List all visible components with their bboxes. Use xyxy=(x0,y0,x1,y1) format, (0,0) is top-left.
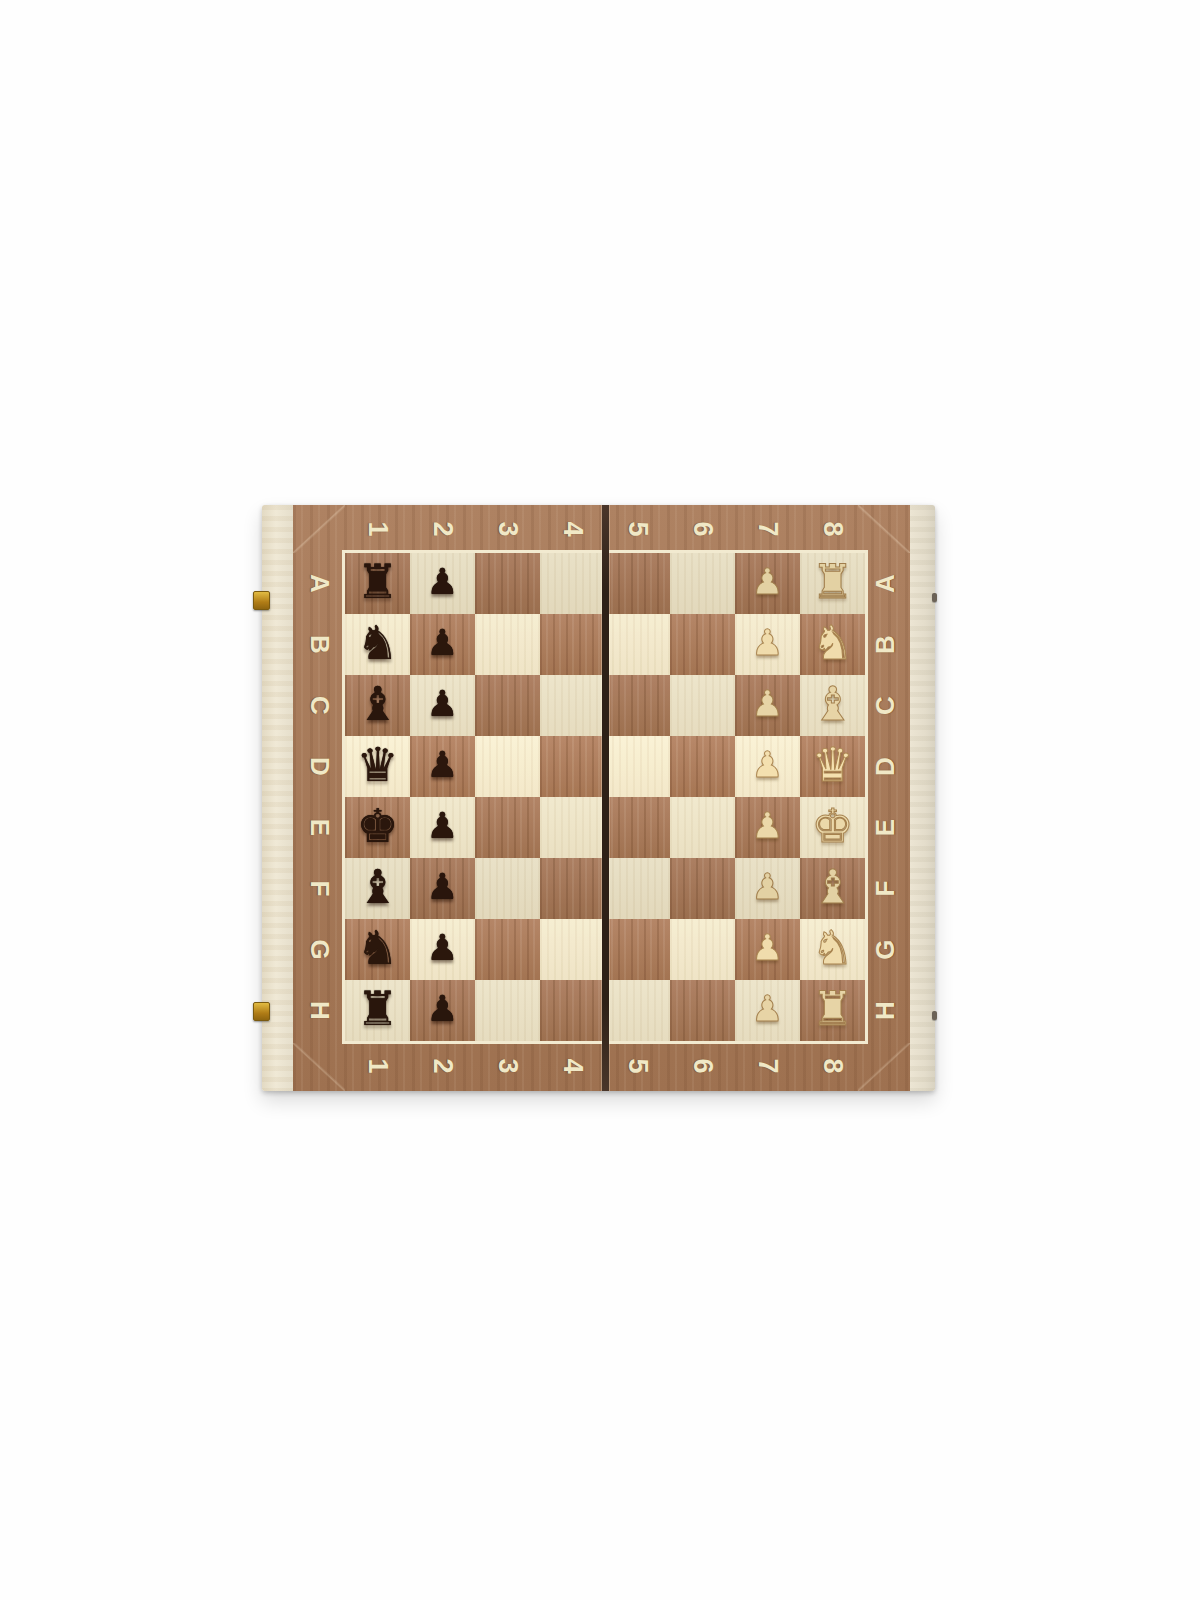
white-rook: ♜ xyxy=(811,558,853,605)
frame-mitre-top-left xyxy=(293,505,345,553)
brass-hinge-bottom xyxy=(253,1002,270,1021)
square-c3[interactable] xyxy=(475,675,540,736)
square-c2[interactable]: ♟ xyxy=(410,675,475,736)
square-c5[interactable] xyxy=(605,675,670,736)
square-h1[interactable]: ♜ xyxy=(345,980,410,1041)
black-bishop: ♝ xyxy=(356,863,398,910)
frame-mitre-top-right xyxy=(858,505,910,553)
square-h4[interactable] xyxy=(540,980,605,1041)
board-frame: 11AA22BB33CC44DD55EE66FF77GG88HH ♜♟♟♜♞♟♟… xyxy=(293,505,910,1091)
white-pawn: ♟ xyxy=(751,564,783,600)
square-a4[interactable] xyxy=(540,553,605,614)
frame-mitre-bottom-right xyxy=(858,1043,910,1091)
square-a2[interactable]: ♟ xyxy=(410,553,475,614)
square-a5[interactable] xyxy=(605,553,670,614)
square-h3[interactable] xyxy=(475,980,540,1041)
black-pawn: ♟ xyxy=(426,808,458,844)
square-b2[interactable]: ♟ xyxy=(410,614,475,675)
square-g3[interactable] xyxy=(475,919,540,980)
black-pawn: ♟ xyxy=(426,991,458,1027)
square-a1[interactable]: ♜ xyxy=(345,553,410,614)
square-a8[interactable]: ♜ xyxy=(800,553,865,614)
black-knight: ♞ xyxy=(356,924,398,971)
square-d8[interactable]: ♛ xyxy=(800,736,865,797)
square-g6[interactable] xyxy=(670,919,735,980)
square-g7[interactable]: ♟ xyxy=(735,919,800,980)
black-rook: ♜ xyxy=(356,985,398,1032)
file-label-left-D: D xyxy=(289,743,350,791)
square-b1[interactable]: ♞ xyxy=(345,614,410,675)
square-c7[interactable]: ♟ xyxy=(735,675,800,736)
white-pawn: ♟ xyxy=(751,747,783,783)
square-e4[interactable] xyxy=(540,797,605,858)
square-d1[interactable]: ♛ xyxy=(345,736,410,797)
square-b5[interactable] xyxy=(605,614,670,675)
square-f1[interactable]: ♝ xyxy=(345,858,410,919)
square-e6[interactable] xyxy=(670,797,735,858)
black-pawn: ♟ xyxy=(426,930,458,966)
board-outer-edge-right xyxy=(910,505,935,1091)
square-e1[interactable]: ♚ xyxy=(345,797,410,858)
square-b6[interactable] xyxy=(670,614,735,675)
white-pawn: ♟ xyxy=(751,869,783,905)
square-e5[interactable] xyxy=(605,797,670,858)
white-knight: ♞ xyxy=(811,619,853,666)
board-outer-edge-left xyxy=(262,505,293,1091)
square-a7[interactable]: ♟ xyxy=(735,553,800,614)
square-d3[interactable] xyxy=(475,736,540,797)
square-f6[interactable] xyxy=(670,858,735,919)
black-knight: ♞ xyxy=(356,619,398,666)
square-d2[interactable]: ♟ xyxy=(410,736,475,797)
square-e2[interactable]: ♟ xyxy=(410,797,475,858)
square-c6[interactable] xyxy=(670,675,735,736)
square-e7[interactable]: ♟ xyxy=(735,797,800,858)
square-b8[interactable]: ♞ xyxy=(800,614,865,675)
square-d5[interactable] xyxy=(605,736,670,797)
white-bishop: ♝ xyxy=(811,863,853,910)
square-f2[interactable]: ♟ xyxy=(410,858,475,919)
white-pawn: ♟ xyxy=(751,808,783,844)
black-pawn: ♟ xyxy=(426,869,458,905)
square-a3[interactable] xyxy=(475,553,540,614)
clasp-pin-bottom xyxy=(932,1011,937,1020)
black-pawn: ♟ xyxy=(426,625,458,661)
file-label-left-G: G xyxy=(289,926,350,974)
square-d7[interactable]: ♟ xyxy=(735,736,800,797)
square-d4[interactable] xyxy=(540,736,605,797)
chess-board: 11AA22BB33CC44DD55EE66FF77GG88HH ♜♟♟♜♞♟♟… xyxy=(262,505,935,1091)
square-g8[interactable]: ♞ xyxy=(800,919,865,980)
file-label-left-F: F xyxy=(289,865,350,913)
white-rook: ♜ xyxy=(811,985,853,1032)
white-knight: ♞ xyxy=(811,924,853,971)
black-pawn: ♟ xyxy=(426,747,458,783)
square-f7[interactable]: ♟ xyxy=(735,858,800,919)
square-f5[interactable] xyxy=(605,858,670,919)
square-f8[interactable]: ♝ xyxy=(800,858,865,919)
white-pawn: ♟ xyxy=(751,686,783,722)
square-f3[interactable] xyxy=(475,858,540,919)
file-label-left-A: A xyxy=(289,560,350,608)
square-e3[interactable] xyxy=(475,797,540,858)
clasp-pin-top xyxy=(932,593,937,602)
brass-hinge-top xyxy=(253,591,270,610)
white-pawn: ♟ xyxy=(751,991,783,1027)
square-b7[interactable]: ♟ xyxy=(735,614,800,675)
white-pawn: ♟ xyxy=(751,625,783,661)
square-f4[interactable] xyxy=(540,858,605,919)
black-pawn: ♟ xyxy=(426,686,458,722)
square-c1[interactable]: ♝ xyxy=(345,675,410,736)
black-rook: ♜ xyxy=(356,558,398,605)
square-h7[interactable]: ♟ xyxy=(735,980,800,1041)
file-label-left-B: B xyxy=(289,621,350,669)
white-king: ♚ xyxy=(811,802,853,849)
square-c8[interactable]: ♝ xyxy=(800,675,865,736)
square-g5[interactable] xyxy=(605,919,670,980)
frame-mitre-bottom-left xyxy=(293,1043,345,1091)
black-king: ♚ xyxy=(356,802,398,849)
file-label-left-H: H xyxy=(289,987,350,1035)
white-queen: ♛ xyxy=(811,741,853,788)
black-bishop: ♝ xyxy=(356,680,398,727)
square-g4[interactable] xyxy=(540,919,605,980)
fold-seam xyxy=(602,505,609,1091)
photo-background: 11AA22BB33CC44DD55EE66FF77GG88HH ♜♟♟♜♞♟♟… xyxy=(0,0,1200,1600)
white-bishop: ♝ xyxy=(811,680,853,727)
square-g1[interactable]: ♞ xyxy=(345,919,410,980)
white-pawn: ♟ xyxy=(751,930,783,966)
file-label-left-E: E xyxy=(289,804,350,852)
file-label-left-C: C xyxy=(289,682,350,730)
square-d6[interactable] xyxy=(670,736,735,797)
square-h8[interactable]: ♜ xyxy=(800,980,865,1041)
square-b4[interactable] xyxy=(540,614,605,675)
square-g2[interactable]: ♟ xyxy=(410,919,475,980)
square-h5[interactable] xyxy=(605,980,670,1041)
square-a6[interactable] xyxy=(670,553,735,614)
black-pawn: ♟ xyxy=(426,564,458,600)
black-queen: ♛ xyxy=(356,741,398,788)
square-c4[interactable] xyxy=(540,675,605,736)
square-e8[interactable]: ♚ xyxy=(800,797,865,858)
square-b3[interactable] xyxy=(475,614,540,675)
square-h2[interactable]: ♟ xyxy=(410,980,475,1041)
square-h6[interactable] xyxy=(670,980,735,1041)
